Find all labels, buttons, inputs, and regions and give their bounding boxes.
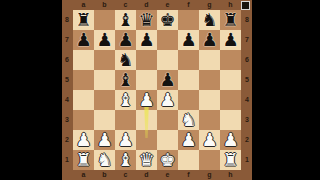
piece-white-knight[interactable]: ♞ <box>180 110 196 130</box>
square-h1[interactable]: ♜ <box>220 150 241 170</box>
square-b1[interactable]: ♞ <box>94 150 115 170</box>
piece-white-bishop[interactable]: ♝ <box>117 150 133 170</box>
square-c8[interactable]: ♝ <box>115 10 136 30</box>
square-g1[interactable] <box>199 150 220 170</box>
square-a6[interactable] <box>73 50 94 70</box>
piece-black-knight[interactable]: ♞ <box>117 50 133 70</box>
square-c1[interactable]: ♝ <box>115 150 136 170</box>
square-e3[interactable] <box>157 110 178 130</box>
rank-label-5: 5 <box>62 70 72 90</box>
square-b5[interactable] <box>94 70 115 90</box>
file-label-b: b <box>94 0 115 10</box>
square-c4[interactable]: ♝ <box>115 90 136 110</box>
file-label-b: b <box>94 170 115 180</box>
square-a2[interactable]: ♟ <box>73 130 94 150</box>
square-c6[interactable]: ♞ <box>115 50 136 70</box>
piece-white-knight[interactable]: ♞ <box>96 150 112 170</box>
square-h6[interactable] <box>220 50 241 70</box>
file-label-d: d <box>136 170 157 180</box>
piece-black-rook[interactable]: ♜ <box>75 10 91 30</box>
piece-black-pawn[interactable]: ♟ <box>96 30 112 50</box>
square-h8[interactable]: ♜ <box>220 10 241 30</box>
square-h2[interactable]: ♟ <box>220 130 241 150</box>
square-b8[interactable] <box>94 10 115 30</box>
square-d2[interactable] <box>136 130 157 150</box>
rank-label-5: 5 <box>242 70 252 90</box>
piece-white-rook[interactable]: ♜ <box>222 150 238 170</box>
rank-label-2: 2 <box>242 130 252 150</box>
square-a7[interactable]: ♟ <box>73 30 94 50</box>
square-c2[interactable]: ♟ <box>115 130 136 150</box>
rank-label-7: 7 <box>62 30 72 50</box>
square-f7[interactable]: ♟ <box>178 30 199 50</box>
chess-board-frame: abcdefgh abcdefgh 87654321 87654321 ♜♝♛♚… <box>62 0 252 180</box>
rank-label-3: 3 <box>242 110 252 130</box>
file-label-f: f <box>178 0 199 10</box>
rank-label-6: 6 <box>62 50 72 70</box>
square-d4[interactable]: ♟ <box>136 90 157 110</box>
square-c7[interactable]: ♟ <box>115 30 136 50</box>
piece-black-knight[interactable]: ♞ <box>201 10 217 30</box>
piece-black-king[interactable]: ♚ <box>159 10 175 30</box>
square-f2[interactable]: ♟ <box>178 130 199 150</box>
rank-label-4: 4 <box>62 90 72 110</box>
piece-black-rook[interactable]: ♜ <box>222 10 238 30</box>
square-d5[interactable] <box>136 70 157 90</box>
piece-white-pawn[interactable]: ♟ <box>201 130 217 150</box>
square-f4[interactable] <box>178 90 199 110</box>
square-g2[interactable]: ♟ <box>199 130 220 150</box>
piece-black-queen[interactable]: ♛ <box>138 10 154 30</box>
piece-black-pawn[interactable]: ♟ <box>117 30 133 50</box>
piece-white-bishop[interactable]: ♝ <box>117 90 133 110</box>
piece-black-pawn[interactable]: ♟ <box>138 30 154 50</box>
piece-white-pawn[interactable]: ♟ <box>138 90 154 110</box>
square-h5[interactable] <box>220 70 241 90</box>
piece-white-rook[interactable]: ♜ <box>75 150 91 170</box>
square-h3[interactable] <box>220 110 241 130</box>
square-e6[interactable] <box>157 50 178 70</box>
square-b3[interactable] <box>94 110 115 130</box>
rank-label-1: 1 <box>62 150 72 170</box>
piece-black-pawn[interactable]: ♟ <box>75 30 91 50</box>
file-label-e: e <box>157 170 178 180</box>
piece-white-pawn[interactable]: ♟ <box>117 130 133 150</box>
piece-white-pawn[interactable]: ♟ <box>222 130 238 150</box>
square-g3[interactable] <box>199 110 220 130</box>
piece-black-bishop[interactable]: ♝ <box>117 10 133 30</box>
piece-white-pawn[interactable]: ♟ <box>180 130 196 150</box>
board-squares: ♜♝♛♚♞♜♟♟♟♟♟♟♟♞♝♟♝♟♟♞♟♟♟♟♟♟♜♞♝♛♚♜ <box>73 10 241 170</box>
piece-black-pawn[interactable]: ♟ <box>222 30 238 50</box>
square-d1[interactable]: ♛ <box>136 150 157 170</box>
square-b6[interactable] <box>94 50 115 70</box>
square-e2[interactable] <box>157 130 178 150</box>
square-g6[interactable] <box>199 50 220 70</box>
piece-white-pawn[interactable]: ♟ <box>159 90 175 110</box>
rank-label-7: 7 <box>242 30 252 50</box>
square-g7[interactable]: ♟ <box>199 30 220 50</box>
square-e8[interactable]: ♚ <box>157 10 178 30</box>
rank-label-8: 8 <box>242 10 252 30</box>
square-h4[interactable] <box>220 90 241 110</box>
square-a1[interactable]: ♜ <box>73 150 94 170</box>
square-a4[interactable] <box>73 90 94 110</box>
square-d7[interactable]: ♟ <box>136 30 157 50</box>
piece-white-pawn[interactable]: ♟ <box>96 130 112 150</box>
square-g8[interactable]: ♞ <box>199 10 220 30</box>
file-label-h: h <box>220 170 241 180</box>
file-label-c: c <box>115 170 136 180</box>
rank-label-8: 8 <box>62 10 72 30</box>
file-label-g: g <box>199 170 220 180</box>
square-a3[interactable] <box>73 110 94 130</box>
piece-black-pawn[interactable]: ♟ <box>180 30 196 50</box>
square-h7[interactable]: ♟ <box>220 30 241 50</box>
square-a8[interactable]: ♜ <box>73 10 94 30</box>
piece-black-pawn[interactable]: ♟ <box>159 70 175 90</box>
square-d6[interactable] <box>136 50 157 70</box>
rank-label-4: 4 <box>242 90 252 110</box>
square-f5[interactable] <box>178 70 199 90</box>
square-e4[interactable]: ♟ <box>157 90 178 110</box>
square-a5[interactable] <box>73 70 94 90</box>
rank-label-6: 6 <box>242 50 252 70</box>
square-f1[interactable] <box>178 150 199 170</box>
square-c5[interactable]: ♝ <box>115 70 136 90</box>
piece-white-queen[interactable]: ♛ <box>138 150 154 170</box>
rank-label-1: 1 <box>242 150 252 170</box>
square-b2[interactable]: ♟ <box>94 130 115 150</box>
square-f8[interactable] <box>178 10 199 30</box>
square-d8[interactable]: ♛ <box>136 10 157 30</box>
square-e5[interactable]: ♟ <box>157 70 178 90</box>
screenshot-canvas: abcdefgh abcdefgh 87654321 87654321 ♜♝♛♚… <box>0 0 320 180</box>
square-g5[interactable] <box>199 70 220 90</box>
piece-black-pawn[interactable]: ♟ <box>201 30 217 50</box>
piece-black-bishop[interactable]: ♝ <box>117 70 133 90</box>
piece-white-king[interactable]: ♚ <box>159 150 175 170</box>
file-label-f: f <box>178 170 199 180</box>
square-f6[interactable] <box>178 50 199 70</box>
file-label-a: a <box>73 170 94 180</box>
square-f3[interactable]: ♞ <box>178 110 199 130</box>
square-e1[interactable]: ♚ <box>157 150 178 170</box>
rank-label-2: 2 <box>62 130 72 150</box>
square-c3[interactable] <box>115 110 136 130</box>
square-e7[interactable] <box>157 30 178 50</box>
square-g4[interactable] <box>199 90 220 110</box>
square-b7[interactable]: ♟ <box>94 30 115 50</box>
square-d3[interactable] <box>136 110 157 130</box>
piece-white-pawn[interactable]: ♟ <box>75 130 91 150</box>
rank-label-3: 3 <box>62 110 72 130</box>
square-b4[interactable] <box>94 90 115 110</box>
file-labels-bottom: abcdefgh <box>73 170 241 180</box>
rank-labels-left: 87654321 <box>62 10 72 170</box>
rank-labels-right: 87654321 <box>242 10 252 170</box>
turn-indicator-black-to-move <box>241 1 250 10</box>
